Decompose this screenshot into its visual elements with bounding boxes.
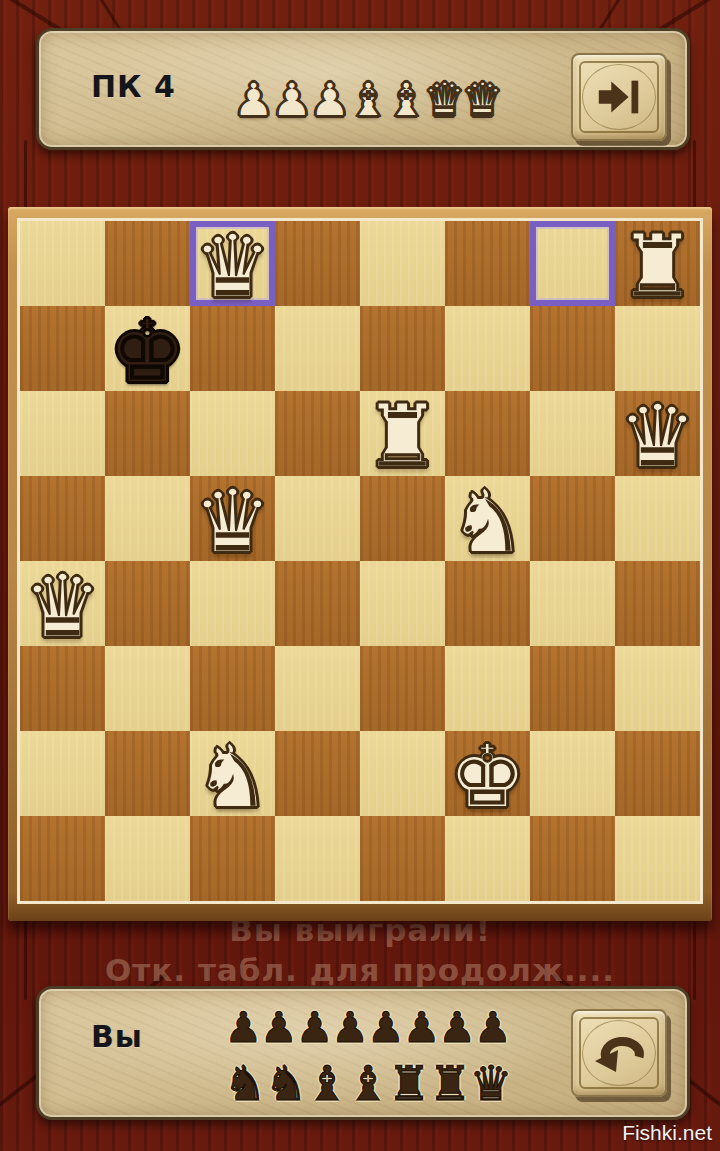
player-panel: Вы ♟♟♟♟♟♟♟♟ ♞♞♝♝♜♜♛ (36, 986, 690, 1120)
square-f7[interactable] (445, 306, 530, 391)
captured-black-pawn: ♟ (260, 1007, 298, 1049)
white-queen: ♛ (193, 478, 272, 566)
app-background: { "game": "chess", "app_context": "mobil… (0, 0, 720, 1151)
skip-forward-icon (594, 72, 644, 122)
square-d2[interactable] (275, 731, 360, 816)
board-grid: ♛♜♚♜♛♛♞♛♞♚ (17, 218, 703, 904)
square-g4[interactable] (530, 561, 615, 646)
white-queen: ♛ (193, 223, 272, 311)
captured-black-pawn: ♟ (367, 1007, 405, 1049)
captured-black-pawn: ♟ (474, 1007, 512, 1049)
skip-forward-button[interactable] (571, 53, 667, 141)
square-g1[interactable] (530, 816, 615, 901)
square-e3[interactable] (360, 646, 445, 731)
square-b6[interactable] (105, 391, 190, 476)
square-b8[interactable] (105, 221, 190, 306)
undo-button[interactable] (571, 1009, 667, 1097)
white-queen: ♛ (23, 563, 102, 651)
square-h2[interactable] (615, 731, 700, 816)
square-h4[interactable] (615, 561, 700, 646)
square-d6[interactable] (275, 391, 360, 476)
square-f6[interactable] (445, 391, 530, 476)
chess-board: ♛♜♚♜♛♛♞♛♞♚ (8, 207, 712, 921)
captured-black-pawn: ♟ (224, 1007, 262, 1049)
square-a5[interactable] (20, 476, 105, 561)
white-king: ♚ (448, 733, 527, 821)
captured-black-pawn: ♟ (403, 1007, 441, 1049)
player-captured-pieces: ♞♞♝♝♜♜♛ (179, 1045, 557, 1107)
captured-black-rook: ♜ (388, 1059, 431, 1107)
square-h1[interactable] (615, 816, 700, 901)
square-b2[interactable] (105, 731, 190, 816)
captured-white-queen: ♛ (461, 76, 503, 123)
square-h3[interactable] (615, 646, 700, 731)
white-knight: ♞ (448, 478, 527, 566)
white-rook: ♜ (618, 223, 697, 311)
square-f2[interactable]: ♚ (445, 731, 530, 816)
square-g2[interactable] (530, 731, 615, 816)
square-g6[interactable] (530, 391, 615, 476)
square-b4[interactable] (105, 561, 190, 646)
watermark: Fishki.net (622, 1121, 712, 1145)
white-knight: ♞ (193, 733, 272, 821)
square-e4[interactable] (360, 561, 445, 646)
square-c2[interactable]: ♞ (190, 731, 275, 816)
captured-white-queen: ♛ (423, 76, 465, 123)
square-e2[interactable] (360, 731, 445, 816)
captured-black-knight: ♞ (264, 1059, 307, 1107)
square-a1[interactable] (20, 816, 105, 901)
square-e6[interactable]: ♜ (360, 391, 445, 476)
square-b3[interactable] (105, 646, 190, 731)
player-captured-pawns: ♟♟♟♟♟♟♟♟ (179, 997, 557, 1049)
captured-black-bishop: ♝ (305, 1059, 348, 1107)
square-f8[interactable] (445, 221, 530, 306)
white-rook: ♜ (363, 393, 442, 481)
black-king: ♚ (108, 308, 187, 396)
square-c1[interactable] (190, 816, 275, 901)
captured-black-pawn: ♟ (296, 1007, 334, 1049)
opponent-label: ПК 4 (91, 69, 176, 104)
continue-hint: Отк. табл. для продолж.... (0, 952, 720, 988)
square-g3[interactable] (530, 646, 615, 731)
square-c3[interactable] (190, 646, 275, 731)
player-label: Вы (91, 1019, 143, 1054)
captured-black-rook: ♜ (429, 1059, 472, 1107)
square-g8[interactable] (530, 221, 615, 306)
square-d8[interactable] (275, 221, 360, 306)
square-d7[interactable] (275, 306, 360, 391)
square-a6[interactable] (20, 391, 105, 476)
square-f4[interactable] (445, 561, 530, 646)
square-f1[interactable] (445, 816, 530, 901)
square-d5[interactable] (275, 476, 360, 561)
square-b1[interactable] (105, 816, 190, 901)
opponent-panel: ПК 4 ♟♟♟♝♝♛♛ (36, 28, 690, 150)
square-f3[interactable] (445, 646, 530, 731)
square-h6[interactable]: ♛ (615, 391, 700, 476)
captured-black-pawn: ♟ (438, 1007, 476, 1049)
square-d1[interactable] (275, 816, 360, 901)
square-e8[interactable] (360, 221, 445, 306)
square-a2[interactable] (20, 731, 105, 816)
square-g5[interactable] (530, 476, 615, 561)
square-a8[interactable] (20, 221, 105, 306)
captured-white-pawn: ♟ (271, 76, 313, 123)
square-a3[interactable] (20, 646, 105, 731)
square-c4[interactable] (190, 561, 275, 646)
square-c8[interactable]: ♛ (190, 221, 275, 306)
captured-white-bishop: ♝ (385, 76, 427, 123)
undo-icon (593, 1027, 645, 1079)
square-h8[interactable]: ♜ (615, 221, 700, 306)
captured-white-pawn: ♟ (309, 76, 351, 123)
square-b7[interactable]: ♚ (105, 306, 190, 391)
captured-white-bishop: ♝ (347, 76, 389, 123)
square-c7[interactable] (190, 306, 275, 391)
square-e5[interactable] (360, 476, 445, 561)
square-f5[interactable]: ♞ (445, 476, 530, 561)
white-queen: ♛ (618, 393, 697, 481)
square-h7[interactable] (615, 306, 700, 391)
square-a7[interactable] (20, 306, 105, 391)
square-g7[interactable] (530, 306, 615, 391)
captured-black-queen: ♛ (470, 1059, 513, 1107)
opponent-captured-tray: ♟♟♟♝♝♛♛ (179, 45, 557, 123)
square-b5[interactable] (105, 476, 190, 561)
square-a4[interactable]: ♛ (20, 561, 105, 646)
square-e1[interactable] (360, 816, 445, 901)
square-c5[interactable]: ♛ (190, 476, 275, 561)
square-d4[interactable] (275, 561, 360, 646)
square-d3[interactable] (275, 646, 360, 731)
captured-black-pawn: ♟ (331, 1007, 369, 1049)
square-e7[interactable] (360, 306, 445, 391)
square-h5[interactable] (615, 476, 700, 561)
captured-black-bishop: ♝ (346, 1059, 389, 1107)
captured-black-knight: ♞ (223, 1059, 266, 1107)
square-c6[interactable] (190, 391, 275, 476)
captured-white-pawn: ♟ (233, 76, 275, 123)
